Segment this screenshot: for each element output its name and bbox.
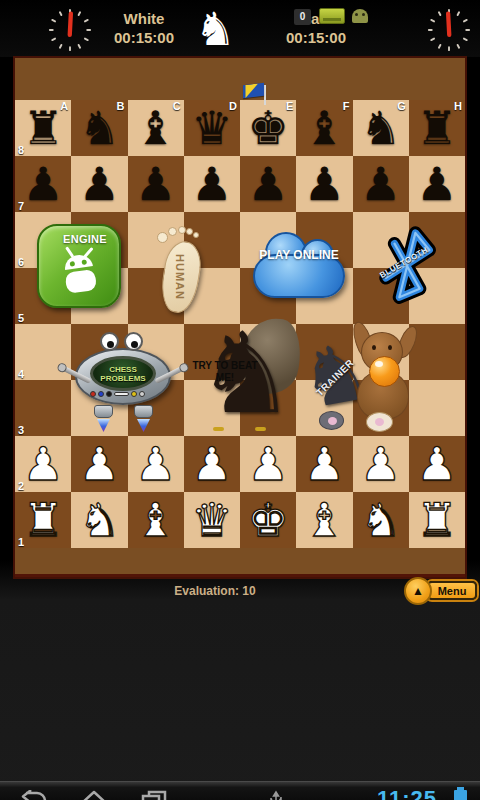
evaluation-text: Evaluation: 10	[150, 584, 280, 598]
menu-button[interactable]: Menu	[427, 581, 477, 600]
white-pawn[interactable]: ♟	[128, 436, 184, 492]
mode-chess-problems-button[interactable]: CHESS PROBLEMS	[73, 332, 173, 432]
square-a3[interactable]: 3	[15, 380, 71, 436]
square-g7[interactable]: ♟	[353, 156, 409, 212]
rocket-flame-icon	[97, 419, 110, 432]
white-player-label: White	[98, 9, 190, 28]
rank-label-2: 2	[18, 480, 24, 492]
dog-paw	[319, 411, 344, 430]
black-pawn[interactable]: ♟	[353, 156, 409, 212]
white-clock-gauge-icon	[47, 7, 93, 53]
flag-pole	[264, 85, 266, 105]
square-c2[interactable]: ♟	[128, 436, 184, 492]
mode-play-online-label: PLAY ONLINE	[253, 248, 345, 262]
square-h1[interactable]: ♜	[409, 492, 465, 548]
turn-flag-icon	[243, 84, 273, 106]
square-d7[interactable]: ♟	[184, 156, 240, 212]
system-clock: 11:25	[377, 786, 437, 800]
robot-buttons	[90, 391, 158, 397]
square-d8[interactable]: D♛	[184, 100, 240, 156]
mode-try-to-beat-me-label: TRY TO BEAT ME!	[187, 360, 263, 384]
robot-screen: CHESS PROBLEMS	[90, 356, 156, 391]
footprint-toe	[186, 228, 193, 235]
notification-zero-badge: 0	[294, 9, 311, 25]
android-robot-icon	[49, 238, 109, 298]
paw-pad	[328, 417, 337, 425]
square-h7[interactable]: ♟	[409, 156, 465, 212]
file-label-c: C	[173, 100, 181, 112]
square-b2[interactable]: ♟	[71, 436, 127, 492]
paw-pad	[375, 418, 384, 426]
square-a7[interactable]: 7♟	[15, 156, 71, 212]
white-pawn[interactable]: ♟	[240, 436, 296, 492]
dog-paw	[366, 412, 393, 432]
file-label-a: A	[60, 100, 68, 112]
mode-chess-problems-label: CHESS PROBLEMS	[93, 359, 153, 388]
file-label-d: D	[229, 100, 237, 112]
square-c8[interactable]: C♝	[128, 100, 184, 156]
white-pawn[interactable]: ♟	[353, 436, 409, 492]
white-pawn[interactable]: ♟	[296, 436, 352, 492]
square-h2[interactable]: ♟	[409, 436, 465, 492]
rank-label-4: 4	[18, 368, 24, 380]
mode-trainer-button[interactable]: ♞ TRAINER	[303, 328, 415, 432]
white-clock: White 00:15:00	[98, 9, 190, 47]
square-d1[interactable]: ♛	[184, 492, 240, 548]
knight-logo-icon: ♞	[191, 4, 239, 54]
square-f1[interactable]: ♝	[296, 492, 352, 548]
square-c7[interactable]: ♟	[128, 156, 184, 212]
flag-cloth	[243, 83, 264, 99]
black-pawn[interactable]: ♟	[71, 156, 127, 212]
rank-label-1: 1	[18, 536, 24, 548]
black-pawn[interactable]: ♟	[184, 156, 240, 212]
robot-pupil	[107, 341, 114, 348]
file-label-h: H	[454, 100, 462, 112]
square-g1[interactable]: ♞	[353, 492, 409, 548]
square-b8[interactable]: B♞	[71, 100, 127, 156]
white-pawn[interactable]: ♟	[71, 436, 127, 492]
footprint-toe	[157, 232, 168, 243]
mode-play-online-button[interactable]: PLAY ONLINE	[253, 232, 345, 298]
mode-engine-button[interactable]: ENGINE	[37, 224, 121, 308]
square-b1[interactable]: ♞	[71, 492, 127, 548]
rank-label-7: 7	[18, 200, 24, 212]
rank-label-3: 3	[18, 424, 24, 436]
robot-pupil	[131, 341, 138, 348]
square-g2[interactable]: ♟	[353, 436, 409, 492]
file-label-f: F	[343, 100, 350, 112]
square-b7[interactable]: ♟	[71, 156, 127, 212]
chess-board: A8♜B♞C♝D♛E♚F♝G♞H♜7♟♟♟♟♟♟♟♟65432♟♟♟♟♟♟♟♟1…	[15, 58, 465, 577]
file-label-g: G	[397, 100, 406, 112]
file-label-b: B	[117, 100, 125, 112]
footprint-toe	[193, 232, 199, 238]
horse-hoof	[213, 427, 224, 431]
white-pawn[interactable]: ♟	[409, 436, 465, 492]
white-pawn[interactable]: ♟	[184, 436, 240, 492]
mode-engine-label: ENGINE	[63, 233, 107, 245]
black-pawn[interactable]: ♟	[128, 156, 184, 212]
battery-widget-icon	[319, 8, 345, 24]
black-pawn[interactable]: ♟	[409, 156, 465, 212]
square-c1[interactable]: ♝	[128, 492, 184, 548]
file-label-e: E	[286, 100, 293, 112]
battery-icon	[454, 790, 467, 800]
black-player-label: Black	[266, 9, 366, 28]
recents-icon[interactable]	[140, 790, 168, 800]
white-rook[interactable]: ♜	[409, 492, 465, 548]
mode-human-label: HUMAN	[174, 254, 186, 300]
dog-eye	[388, 345, 392, 350]
white-bishop[interactable]: ♝	[296, 492, 352, 548]
footprint-toe	[168, 227, 177, 236]
menu-arrow-button[interactable]: ▲	[404, 577, 432, 605]
android-status-icon	[352, 9, 368, 23]
square-e8[interactable]: E♚	[240, 100, 296, 156]
square-g8[interactable]: G♞	[353, 100, 409, 156]
white-knight[interactable]: ♞	[353, 492, 409, 548]
robot-eye	[100, 332, 119, 351]
white-king[interactable]: ♚	[240, 492, 296, 548]
rank-label-6: 6	[18, 256, 24, 268]
square-e7[interactable]: ♟	[240, 156, 296, 212]
square-a8[interactable]: A8♜	[15, 100, 71, 156]
mode-human-button[interactable]: HUMAN	[153, 226, 211, 316]
rank-label-5: 5	[18, 312, 24, 324]
white-knight[interactable]: ♞	[71, 492, 127, 548]
black-clock-gauge-icon	[426, 7, 472, 53]
square-f7[interactable]: ♟	[296, 156, 352, 212]
robot-foot	[134, 405, 153, 418]
square-a1[interactable]: 1♜	[15, 492, 71, 548]
white-queen[interactable]: ♛	[184, 492, 240, 548]
black-pawn[interactable]: ♟	[240, 156, 296, 212]
robot-eye	[124, 332, 143, 351]
footprint-toe	[178, 226, 186, 234]
mode-try-to-beat-me-button[interactable]: ♞ TRY TO BEAT ME!	[187, 316, 305, 434]
square-f8[interactable]: F♝	[296, 100, 352, 156]
rank-label-8: 8	[18, 144, 24, 156]
black-clock: Black 00:15:00	[266, 9, 366, 47]
white-time: 00:15:00	[98, 28, 190, 47]
dog-eye	[372, 345, 376, 350]
square-f2[interactable]: ♟	[296, 436, 352, 492]
square-e1[interactable]: ♚	[240, 492, 296, 548]
black-pawn[interactable]: ♟	[296, 156, 352, 212]
usb-icon	[268, 789, 284, 800]
top-bar: White 00:15:00 ♞ Black 00:15:00	[0, 0, 480, 57]
square-d2[interactable]: ♟	[184, 436, 240, 492]
square-e2[interactable]: ♟	[240, 436, 296, 492]
rocket-flame-icon	[137, 419, 150, 432]
square-h3[interactable]	[409, 380, 465, 436]
square-a2[interactable]: 2♟	[15, 436, 71, 492]
robot-foot	[94, 405, 113, 418]
up-triangle-icon: ▲	[412, 585, 424, 597]
dog-nose-ball	[369, 356, 400, 387]
square-h8[interactable]: H♜	[409, 100, 465, 156]
back-icon[interactable]	[16, 790, 48, 800]
home-icon[interactable]	[80, 790, 108, 800]
black-time: 00:15:00	[266, 28, 366, 47]
white-bishop[interactable]: ♝	[128, 492, 184, 548]
horse-hoof	[255, 427, 266, 431]
